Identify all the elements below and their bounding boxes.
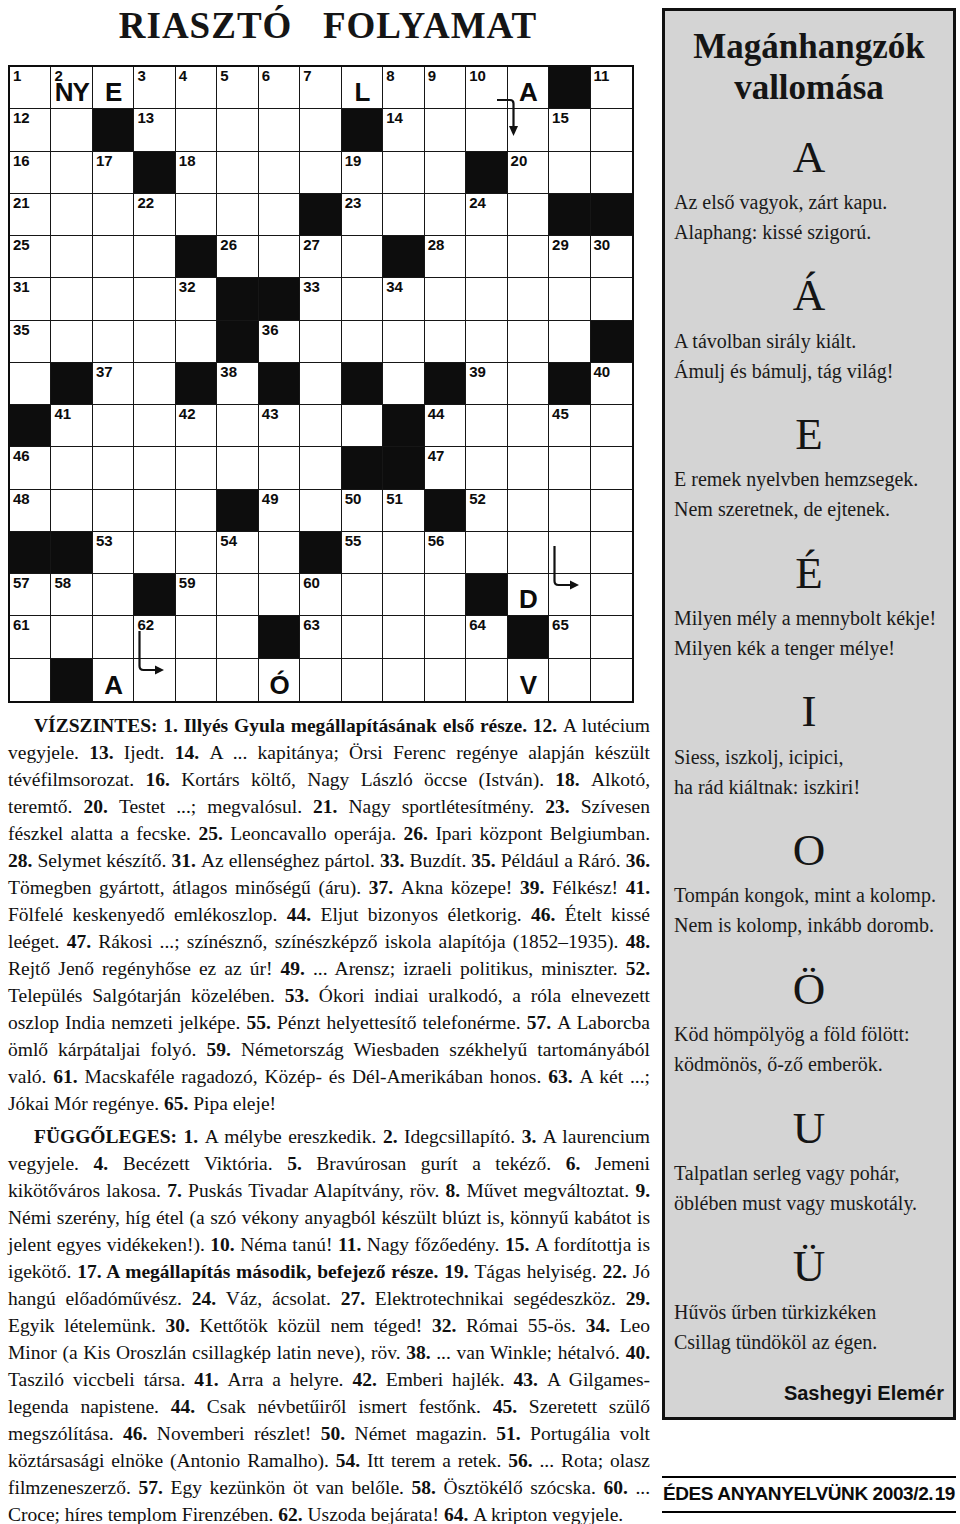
poem-line: A távolban sirály kiált. [674, 326, 944, 356]
grid-cell[interactable] [176, 321, 217, 363]
grid-cell[interactable]: 8 [383, 67, 424, 109]
crossword-grid[interactable]: 12NYE34567L8910A111213141516171819202122… [8, 65, 634, 703]
grid-cell[interactable]: 57 [10, 574, 51, 616]
grid-cell [93, 109, 134, 151]
grid-cell[interactable] [383, 363, 424, 405]
clue-number: 28 [428, 237, 445, 253]
clue-number-ref: 3. [522, 1126, 543, 1147]
clue-number: 38 [220, 364, 237, 380]
clue-text: ... van Winkle; hétalvó. [436, 1342, 625, 1363]
grid-cell[interactable] [342, 616, 383, 658]
grid-cell[interactable]: 11 [591, 67, 632, 109]
grid-cell [176, 363, 217, 405]
grid-cell[interactable] [300, 363, 341, 405]
grid-cell[interactable] [591, 532, 632, 574]
clue-text: Római 55-ös. [466, 1315, 586, 1336]
grid-cell[interactable]: 31 [10, 278, 51, 320]
grid-cell[interactable] [217, 405, 258, 447]
grid-cell[interactable] [300, 152, 341, 194]
poem-line: Ámulj és bámulj, tág világ! [674, 356, 944, 386]
grid-cell[interactable]: 56 [425, 532, 466, 574]
grid-cell[interactable] [591, 152, 632, 194]
grid-cell[interactable] [93, 574, 134, 616]
grid-cell[interactable]: 52 [466, 490, 507, 532]
grid-cell[interactable] [93, 278, 134, 320]
grid-cell[interactable]: 35 [10, 321, 51, 363]
grid-cell[interactable] [51, 152, 92, 194]
grid-cell[interactable] [51, 236, 92, 278]
grid-cell[interactable] [259, 194, 300, 236]
across-clues: VÍZSZINTES: 1. Illyés Gyula megállapítás… [8, 712, 650, 1117]
poem-sidebar: Magánhangzók vallomása AAz első vagyok, … [662, 8, 956, 1420]
poem-section-letter: Ü [674, 1243, 944, 1290]
clue-number-ref: 11. [338, 1234, 367, 1255]
prefilled-letter: A [508, 79, 548, 105]
grid-cell[interactable] [425, 616, 466, 658]
grid-cell[interactable]: 19 [342, 152, 383, 194]
grid-cell[interactable] [93, 490, 134, 532]
poem-line: ködmönös, ő-ző emberök. [674, 1049, 944, 1079]
poem-line: E remek nyelvben hemzsegek. [674, 464, 944, 494]
grid-cell[interactable]: 21 [10, 194, 51, 236]
clue-text: Az ellenséghez pártol. [201, 850, 380, 871]
clue-number-ref: 29. [626, 1288, 650, 1309]
grid-cell[interactable] [134, 447, 175, 489]
grid-cell[interactable]: 15 [549, 109, 590, 151]
grid-cell[interactable]: 3 [134, 67, 175, 109]
grid-cell[interactable] [383, 659, 424, 701]
poem-author: Sashegyi Elemér [674, 1382, 944, 1405]
prefilled-letter: NY [51, 79, 91, 105]
grid-cell[interactable]: 51 [383, 490, 424, 532]
grid-cell[interactable]: 48 [10, 490, 51, 532]
grid-cell[interactable]: V [508, 659, 549, 701]
grid-cell[interactable] [176, 616, 217, 658]
grid-cell[interactable]: 50 [342, 490, 383, 532]
grid-cell [549, 363, 590, 405]
grid-cell[interactable] [591, 616, 632, 658]
clue-text: Pipa eleje! [193, 1093, 276, 1114]
grid-cell[interactable] [591, 109, 632, 151]
grid-cell[interactable] [466, 321, 507, 363]
grid-cell[interactable] [259, 152, 300, 194]
grid-cell[interactable] [300, 447, 341, 489]
grid-cell[interactable]: Ó [259, 659, 300, 701]
clue-number-ref: 41. [194, 1369, 227, 1390]
grid-cell[interactable] [134, 236, 175, 278]
grid-cell[interactable] [342, 278, 383, 320]
clue-number-ref: 52. [626, 958, 650, 979]
grid-cell[interactable]: 30 [591, 236, 632, 278]
grid-cell[interactable] [549, 490, 590, 532]
clue-number: 39 [469, 364, 486, 380]
grid-cell[interactable] [217, 574, 258, 616]
grid-cell[interactable] [549, 321, 590, 363]
grid-cell[interactable] [10, 659, 51, 701]
grid-cell[interactable]: 61 [10, 616, 51, 658]
grid-cell[interactable]: 13 [134, 109, 175, 151]
poem-section-letter: A [674, 134, 944, 181]
grid-cell[interactable] [591, 659, 632, 701]
grid-cell[interactable]: 4 [176, 67, 217, 109]
grid-cell[interactable]: 43 [259, 405, 300, 447]
grid-cell[interactable] [93, 236, 134, 278]
clue-text: Egyik lételemünk. [8, 1315, 165, 1336]
clue-number: 6 [262, 68, 270, 84]
clue-number-ref: 24. [192, 1288, 226, 1309]
grid-cell[interactable]: 64 [466, 616, 507, 658]
grid-cell[interactable]: D [508, 574, 549, 616]
grid-cell[interactable]: 14 [383, 109, 424, 151]
grid-cell[interactable] [51, 194, 92, 236]
grid-cell[interactable] [10, 363, 51, 405]
grid-cell[interactable] [300, 321, 341, 363]
grid-cell[interactable]: 54 [217, 532, 258, 574]
clue-number: 25 [13, 237, 30, 253]
clue-text: Ijedt. [124, 742, 175, 763]
grid-cell[interactable] [51, 490, 92, 532]
grid-cell[interactable]: 65 [549, 616, 590, 658]
clue-number-ref: 62. [278, 1504, 307, 1524]
grid-cell[interactable] [217, 109, 258, 151]
grid-cell[interactable]: 29 [549, 236, 590, 278]
grid-cell[interactable] [508, 321, 549, 363]
grid-cell[interactable]: 28 [425, 236, 466, 278]
grid-cell[interactable]: 23 [342, 194, 383, 236]
clue-number: 17 [96, 153, 113, 169]
grid-cell[interactable] [591, 490, 632, 532]
clue-number-ref: 44. [287, 904, 321, 925]
grid-cell[interactable] [466, 447, 507, 489]
grid-cell[interactable]: 10 [466, 67, 507, 109]
poem-line: Nem szeretnek, de ejtenek. [674, 494, 944, 524]
grid-cell[interactable]: 41 [51, 405, 92, 447]
prefilled-letter: D [508, 586, 548, 612]
grid-cell[interactable] [466, 659, 507, 701]
grid-cell[interactable] [217, 659, 258, 701]
grid-cell[interactable]: 34 [383, 278, 424, 320]
grid-cell[interactable] [342, 405, 383, 447]
grid-cell[interactable]: 42 [176, 405, 217, 447]
grid-cell[interactable]: 20 [508, 152, 549, 194]
clue-number-ref: 6. [566, 1153, 595, 1174]
grid-cell[interactable] [425, 659, 466, 701]
grid-cell[interactable]: 44 [425, 405, 466, 447]
clue-text: Testet ...; megvalósul. [119, 796, 313, 817]
grid-cell[interactable]: 5 [217, 67, 258, 109]
clue-number: 60 [303, 575, 320, 591]
grid-cell[interactable] [51, 321, 92, 363]
grid-cell[interactable] [342, 236, 383, 278]
clue-text: Arra a helyre. [228, 1369, 353, 1390]
grid-cell[interactable] [466, 109, 507, 151]
clue-number-ref: 59. [207, 1039, 241, 1060]
grid-cell[interactable] [466, 278, 507, 320]
clue-number: 23 [345, 195, 362, 211]
grid-cell [259, 278, 300, 320]
clue-number: 22 [137, 195, 154, 211]
grid-cell[interactable] [383, 574, 424, 616]
grid-cell[interactable] [51, 447, 92, 489]
clue-text: Becézett Viktória. [123, 1153, 288, 1174]
poem-section-letter: U [674, 1105, 944, 1152]
grid-cell[interactable] [383, 616, 424, 658]
clue-number-ref: 43. [514, 1369, 547, 1390]
clue-number: 49 [262, 491, 279, 507]
grid-cell[interactable] [217, 152, 258, 194]
grid-cell[interactable] [134, 278, 175, 320]
grid-cell[interactable] [383, 152, 424, 194]
grid-cell[interactable] [508, 405, 549, 447]
clue-list-label: VÍZSZINTES: [34, 715, 163, 736]
grid-cell[interactable] [217, 616, 258, 658]
grid-cell[interactable]: 58 [51, 574, 92, 616]
grid-cell[interactable] [508, 490, 549, 532]
grid-cell[interactable] [176, 109, 217, 151]
grid-cell[interactable]: 59 [176, 574, 217, 616]
grid-cell[interactable]: 33 [300, 278, 341, 320]
grid-cell[interactable] [259, 447, 300, 489]
grid-cell[interactable]: 49 [259, 490, 300, 532]
grid-cell[interactable] [466, 405, 507, 447]
clue-number: 40 [594, 364, 611, 380]
grid-cell [549, 67, 590, 109]
grid-cell[interactable] [134, 490, 175, 532]
grid-cell[interactable] [134, 321, 175, 363]
grid-cell[interactable] [508, 194, 549, 236]
grid-cell[interactable] [342, 574, 383, 616]
grid-cell[interactable] [342, 321, 383, 363]
poem-line: öblében must vagy muskotály. [674, 1188, 944, 1218]
grid-cell[interactable] [508, 532, 549, 574]
grid-cell[interactable] [383, 194, 424, 236]
grid-cell[interactable] [134, 659, 175, 701]
grid-cell[interactable] [383, 532, 424, 574]
grid-cell[interactable]: 53 [93, 532, 134, 574]
grid-cell[interactable] [93, 321, 134, 363]
clue-number-ref: 28. [8, 850, 37, 871]
grid-cell[interactable]: 32 [176, 278, 217, 320]
clue-number: 13 [137, 110, 154, 126]
grid-cell[interactable]: 12 [10, 109, 51, 151]
clue-number: 8 [386, 68, 394, 84]
grid-cell[interactable]: 17 [93, 152, 134, 194]
grid-cell [425, 363, 466, 405]
grid-cell[interactable] [591, 405, 632, 447]
grid-cell[interactable]: 18 [176, 152, 217, 194]
clue-number-ref: 20. [83, 796, 118, 817]
grid-cell[interactable]: 26 [217, 236, 258, 278]
grid-cell[interactable] [217, 447, 258, 489]
clue-number-ref: 41. [626, 877, 650, 898]
grid-cell[interactable] [93, 447, 134, 489]
clue-block: VÍZSZINTES: 1. Illyés Gyula megállapítás… [8, 712, 650, 1524]
clue-number-ref: 57. [527, 1012, 558, 1033]
grid-cell[interactable] [93, 405, 134, 447]
grid-cell[interactable]: 63 [300, 616, 341, 658]
grid-cell[interactable]: 27 [300, 236, 341, 278]
clue-text: Buzdít. [409, 850, 471, 871]
grid-cell[interactable] [300, 490, 341, 532]
grid-cell[interactable] [508, 363, 549, 405]
grid-cell[interactable] [425, 194, 466, 236]
grid-cell[interactable] [51, 278, 92, 320]
grid-cell[interactable]: 24 [466, 194, 507, 236]
grid-cell[interactable] [591, 447, 632, 489]
grid-cell[interactable]: 45 [549, 405, 590, 447]
grid-cell[interactable] [549, 532, 590, 574]
clue-number: 41 [54, 406, 71, 422]
clue-number: 63 [303, 617, 320, 633]
prefilled-letter: L [342, 79, 382, 105]
clue-number-ref: 27. [341, 1288, 375, 1309]
grid-cell[interactable] [549, 152, 590, 194]
clue-number-ref: 58. [412, 1477, 444, 1498]
grid-cell[interactable]: 38 [217, 363, 258, 405]
grid-cell[interactable]: 16 [10, 152, 51, 194]
clue-number: 61 [13, 617, 30, 633]
grid-cell[interactable]: 47 [425, 447, 466, 489]
grid-cell [259, 616, 300, 658]
grid-cell[interactable]: A [508, 67, 549, 109]
grid-cell[interactable] [134, 405, 175, 447]
clue-text: Nagy főzőedény. [367, 1234, 505, 1255]
clue-number: 31 [13, 279, 30, 295]
grid-cell[interactable] [425, 574, 466, 616]
grid-cell[interactable]: 55 [342, 532, 383, 574]
grid-cell[interactable]: E [93, 67, 134, 109]
grid-cell[interactable] [508, 109, 549, 151]
grid-cell[interactable] [259, 574, 300, 616]
clue-text: Akna közepe! [401, 877, 520, 898]
grid-cell[interactable] [51, 109, 92, 151]
grid-cell[interactable]: 9 [425, 67, 466, 109]
prefilled-letter: Ó [259, 672, 299, 698]
clue-text: Selymet készítő. [37, 850, 171, 871]
grid-cell[interactable]: 46 [10, 447, 51, 489]
clue-text: Tágas helyiség. [474, 1261, 602, 1282]
clue-number-ref: 60. [603, 1477, 635, 1498]
grid-cell[interactable] [134, 363, 175, 405]
grid-cell [10, 532, 51, 574]
grid-cell[interactable]: 60 [300, 574, 341, 616]
grid-cell[interactable] [300, 405, 341, 447]
clue-number: 45 [552, 406, 569, 422]
grid-cell[interactable]: L [342, 67, 383, 109]
grid-cell [549, 194, 590, 236]
grid-cell[interactable]: 36 [259, 321, 300, 363]
grid-cell[interactable] [591, 278, 632, 320]
poem-section-letter: E [674, 411, 944, 458]
clue-text: Idegcsillapító. [404, 1126, 522, 1147]
grid-cell[interactable] [549, 278, 590, 320]
grid-cell[interactable]: 7 [300, 67, 341, 109]
clue-text: Kortárs költő, Nagy László öccse (István… [181, 769, 555, 790]
clue-number: 16 [13, 153, 30, 169]
grid-cell[interactable]: 62 [134, 616, 175, 658]
grid-cell[interactable]: 6 [259, 67, 300, 109]
grid-cell[interactable] [176, 194, 217, 236]
grid-cell[interactable]: 2NY [51, 67, 92, 109]
grid-cell[interactable] [259, 109, 300, 151]
grid-cell[interactable] [176, 659, 217, 701]
clue-number-ref: 8. [446, 1180, 467, 1201]
grid-cell[interactable] [176, 447, 217, 489]
clue-number: 59 [179, 575, 196, 591]
grid-cell[interactable]: 40 [591, 363, 632, 405]
grid-cell[interactable] [176, 532, 217, 574]
clue-number-ref: 65. [164, 1093, 193, 1114]
grid-cell[interactable] [300, 659, 341, 701]
poem-section-letter: Ö [674, 966, 944, 1013]
grid-cell[interactable] [591, 574, 632, 616]
grid-cell[interactable] [51, 616, 92, 658]
grid-cell[interactable] [508, 447, 549, 489]
grid-cell[interactable]: 37 [93, 363, 134, 405]
clue-number: 47 [428, 448, 445, 464]
clue-number-ref: 32. [432, 1315, 466, 1336]
grid-cell[interactable] [508, 278, 549, 320]
grid-cell[interactable]: A [93, 659, 134, 701]
grid-cell [383, 236, 424, 278]
clue-number: 9 [428, 68, 436, 84]
clue-number: 56 [428, 533, 445, 549]
grid-cell[interactable] [176, 490, 217, 532]
grid-cell[interactable]: 25 [10, 236, 51, 278]
grid-cell[interactable] [425, 109, 466, 151]
poem-line: Alaphang: kissé szigorú. [674, 217, 944, 247]
clue-text: Pénzt helyettesítő telefonérme. [277, 1012, 527, 1033]
grid-cell[interactable]: 22 [134, 194, 175, 236]
grid-cell[interactable] [425, 152, 466, 194]
grid-cell[interactable] [549, 574, 590, 616]
prefilled-letter: E [93, 79, 133, 105]
grid-cell[interactable] [549, 447, 590, 489]
grid-cell [383, 405, 424, 447]
grid-cell[interactable] [259, 236, 300, 278]
grid-cell[interactable] [425, 278, 466, 320]
clue-number: 58 [54, 575, 71, 591]
clue-number-ref: 2. [383, 1126, 404, 1147]
page-number: 19 [935, 1483, 955, 1505]
grid-cell[interactable] [217, 194, 258, 236]
clue-number: 12 [13, 110, 30, 126]
grid-cell[interactable] [549, 659, 590, 701]
grid-cell[interactable] [383, 321, 424, 363]
grid-cell[interactable] [425, 321, 466, 363]
grid-cell[interactable] [466, 236, 507, 278]
clue-text: Emberi hajlék. [386, 1369, 514, 1390]
clue-number-ref: 63. [548, 1066, 579, 1087]
grid-cell[interactable] [134, 532, 175, 574]
grid-cell[interactable] [508, 236, 549, 278]
grid-cell[interactable] [93, 194, 134, 236]
clue-number: 35 [13, 322, 30, 338]
clue-number-ref: 33. [380, 850, 409, 871]
clue-number-ref: 14. [175, 742, 210, 763]
grid-cell[interactable] [259, 532, 300, 574]
grid-cell[interactable] [300, 109, 341, 151]
clue-text: Leoncavallo operája. [230, 823, 403, 844]
grid-cell [466, 574, 507, 616]
clue-number-ref: 7. [167, 1180, 188, 1201]
grid-cell [176, 236, 217, 278]
grid-cell[interactable] [93, 616, 134, 658]
grid-cell[interactable] [342, 659, 383, 701]
grid-cell[interactable]: 39 [466, 363, 507, 405]
grid-cell[interactable]: 1 [10, 67, 51, 109]
grid-cell[interactable] [466, 532, 507, 574]
